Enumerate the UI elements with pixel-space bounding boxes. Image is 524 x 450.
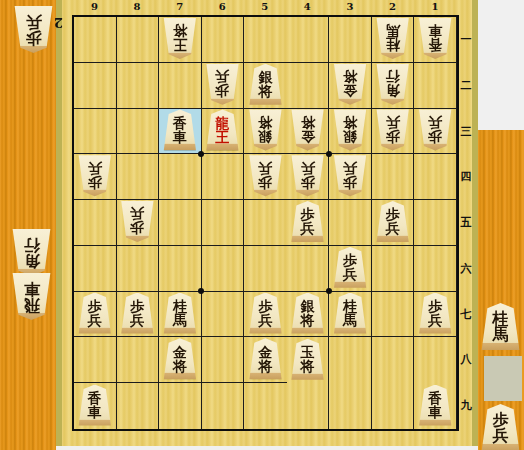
file-label-1: 1	[413, 1, 456, 13]
sente-knight[interactable]: 桂馬	[480, 303, 521, 350]
piece-kanji: 歩兵	[428, 116, 442, 144]
piece-kanji: 玉将	[301, 345, 315, 373]
square-4-4[interactable]: 歩兵	[287, 154, 330, 200]
square-1-4[interactable]	[414, 154, 457, 200]
square-7-8[interactable]: 金将	[159, 337, 202, 383]
square-2-3[interactable]: 歩兵	[372, 109, 415, 155]
gote-hand-tray	[0, 0, 56, 450]
gote-rook[interactable]: 飛車	[11, 273, 52, 320]
sente-pawn[interactable]: 歩兵	[290, 201, 325, 242]
hoshi-dot	[198, 288, 204, 294]
piece-kanji: 銀将	[258, 70, 272, 98]
piece-kanji: 歩兵	[386, 207, 400, 235]
square-4-6[interactable]	[287, 246, 330, 292]
square-5-4[interactable]: 歩兵	[244, 154, 287, 200]
square-8-5[interactable]: 歩兵	[117, 200, 160, 246]
hoshi-dot	[326, 151, 332, 157]
gote-pawn[interactable]: 歩兵	[333, 155, 368, 196]
square-5-9[interactable]	[244, 383, 287, 429]
square-3-4[interactable]: 歩兵	[329, 154, 372, 200]
square-1-3[interactable]: 歩兵	[414, 109, 457, 155]
rank-label-9: 九	[459, 383, 473, 429]
sente-knight[interactable]: 桂馬	[162, 293, 197, 334]
piece-kanji: 歩兵	[343, 253, 357, 281]
square-7-9[interactable]	[159, 383, 202, 429]
square-2-7[interactable]	[372, 292, 415, 338]
square-6-5[interactable]	[202, 200, 245, 246]
piece-kanji: 桂馬	[493, 311, 509, 343]
sente-gold[interactable]: 金将	[248, 338, 283, 379]
sente-hand-tray	[478, 130, 524, 450]
square-7-6[interactable]	[159, 246, 202, 292]
square-9-2[interactable]	[74, 63, 117, 109]
square-7-7[interactable]: 桂馬	[159, 292, 202, 338]
square-9-9[interactable]: 香車	[74, 383, 117, 429]
square-3-9[interactable]	[329, 383, 372, 429]
square-8-8[interactable]	[117, 337, 160, 383]
square-4-3[interactable]: 金将	[287, 109, 330, 155]
sente-pawn[interactable]: 歩兵	[418, 293, 453, 334]
square-6-7[interactable]	[202, 292, 245, 338]
piece-kanji: 歩兵	[130, 207, 144, 235]
piece-kanji: 桂馬	[386, 24, 400, 52]
gote-gold[interactable]: 金将	[290, 109, 325, 150]
gote-pawn[interactable]: 歩兵	[418, 109, 453, 150]
square-2-5[interactable]: 歩兵	[372, 200, 415, 246]
sente-lance[interactable]: 香車	[77, 385, 112, 426]
piece-kanji: 金将	[301, 116, 315, 144]
square-2-1[interactable]: 桂馬	[372, 17, 415, 63]
file-label-2: 2	[371, 1, 414, 13]
square-2-2[interactable]: 角行	[372, 63, 415, 109]
piece-kanji: 銀将	[301, 299, 315, 327]
rank-label-2: 二	[459, 63, 473, 109]
square-6-2[interactable]: 歩兵	[202, 63, 245, 109]
rank-label-4: 四	[459, 154, 473, 200]
rank-label-8: 八	[459, 337, 473, 383]
square-3-3[interactable]: 銀将	[329, 109, 372, 155]
square-7-5[interactable]	[159, 200, 202, 246]
square-8-6[interactable]	[117, 246, 160, 292]
square-9-3[interactable]	[74, 109, 117, 155]
square-6-1[interactable]	[202, 17, 245, 63]
gote-pawn[interactable]: 歩兵	[205, 64, 240, 105]
file-label-3: 3	[328, 1, 371, 13]
piece-kanji: 香車	[88, 391, 102, 419]
square-6-4[interactable]	[202, 154, 245, 200]
piece-kanji: 歩兵	[428, 299, 442, 327]
square-7-3[interactable]: 香車	[159, 109, 202, 155]
shogi-board: 王将桂馬香車歩兵銀将金将角行香車龍王銀将金将銀将歩兵歩兵歩兵歩兵歩兵歩兵歩兵歩兵…	[72, 15, 459, 431]
square-2-9[interactable]	[372, 383, 415, 429]
square-4-9[interactable]	[287, 383, 330, 429]
square-3-6[interactable]: 歩兵	[329, 246, 372, 292]
rank-label-7: 七	[459, 292, 473, 338]
sente-gold[interactable]: 金将	[162, 338, 197, 379]
piece-kanji: 銀将	[343, 116, 357, 144]
square-4-8[interactable]: 玉将	[287, 337, 330, 383]
square-7-4[interactable]	[159, 154, 202, 200]
piece-kanji: 歩兵	[88, 299, 102, 327]
square-3-7[interactable]: 桂馬	[329, 292, 372, 338]
square-1-1[interactable]: 香車	[414, 17, 457, 63]
sente-pawn[interactable]: 歩兵	[120, 293, 155, 334]
piece-kanji: 歩兵	[301, 207, 315, 235]
square-7-2[interactable]	[159, 63, 202, 109]
square-8-7[interactable]: 歩兵	[117, 292, 160, 338]
gote-gold[interactable]: 金将	[333, 64, 368, 105]
piece-kanji: 歩兵	[493, 412, 509, 444]
sente-lance[interactable]: 香車	[418, 385, 453, 426]
square-4-1[interactable]	[287, 17, 330, 63]
piece-kanji: 桂馬	[343, 299, 357, 327]
square-2-6[interactable]	[372, 246, 415, 292]
square-3-8[interactable]	[329, 337, 372, 383]
file-label-5: 5	[243, 1, 286, 13]
square-4-7[interactable]: 銀将	[287, 292, 330, 338]
piece-kanji: 銀将	[258, 116, 272, 144]
gote-pawn[interactable]: 歩兵	[13, 6, 54, 53]
piece-kanji: 歩兵	[343, 162, 357, 190]
gote-lance[interactable]: 香車	[418, 18, 453, 59]
square-7-1[interactable]: 王将	[159, 17, 202, 63]
gote-knight[interactable]: 桂馬	[375, 18, 410, 59]
hoshi-dot	[198, 151, 204, 157]
square-3-5[interactable]	[329, 200, 372, 246]
sente-pawn[interactable]: 歩兵	[248, 293, 283, 334]
square-8-9[interactable]	[117, 383, 160, 429]
square-1-7[interactable]: 歩兵	[414, 292, 457, 338]
sente-pawn[interactable]: 歩兵	[375, 201, 410, 242]
file-label-6: 6	[201, 1, 244, 13]
piece-kanji: 歩兵	[88, 162, 102, 190]
square-1-6[interactable]	[414, 246, 457, 292]
gote-bishop[interactable]: 角行	[375, 64, 410, 105]
shogi-app: 王将桂馬香車歩兵銀将金将角行香車龍王銀将金将銀将歩兵歩兵歩兵歩兵歩兵歩兵歩兵歩兵…	[0, 0, 524, 450]
sente-lance[interactable]: 香車	[162, 109, 197, 150]
sente-silver[interactable]: 銀将	[248, 64, 283, 105]
square-8-4[interactable]	[117, 154, 160, 200]
rank-label-6: 六	[459, 246, 473, 292]
file-label-9: 9	[73, 1, 116, 13]
gote-king[interactable]: 王将	[162, 18, 197, 59]
square-3-1[interactable]	[329, 17, 372, 63]
gote-hand-pawn-count: 2	[54, 15, 63, 30]
piece-kanji: 桂馬	[173, 299, 187, 327]
square-6-9[interactable]	[202, 383, 245, 429]
square-9-4[interactable]: 歩兵	[74, 154, 117, 200]
square-6-8[interactable]	[202, 337, 245, 383]
piece-kanji: 歩兵	[26, 14, 42, 46]
square-5-2[interactable]: 銀将	[244, 63, 287, 109]
square-2-8[interactable]	[372, 337, 415, 383]
square-6-3[interactable]: 龍王	[202, 109, 245, 155]
file-label-7: 7	[158, 1, 201, 13]
square-2-4[interactable]	[372, 154, 415, 200]
square-1-2[interactable]	[414, 63, 457, 109]
piece-kanji: 歩兵	[215, 70, 229, 98]
hoshi-dot	[326, 288, 332, 294]
square-9-1[interactable]	[74, 17, 117, 63]
file-label-4: 4	[286, 1, 329, 13]
sente-pawn[interactable]: 歩兵	[480, 404, 521, 450]
piece-kanji: 香車	[428, 391, 442, 419]
gote-bishop[interactable]: 角行	[11, 229, 52, 276]
piece-kanji: 歩兵	[258, 299, 272, 327]
piece-kanji: 歩兵	[301, 162, 315, 190]
square-4-2[interactable]	[287, 63, 330, 109]
piece-kanji: 飛車	[24, 281, 40, 313]
square-5-6[interactable]	[244, 246, 287, 292]
piece-kanji: 金将	[258, 345, 272, 373]
sente-pawn[interactable]: 歩兵	[333, 247, 368, 288]
gote-silver[interactable]: 銀将	[333, 109, 368, 150]
file-label-8: 8	[116, 1, 159, 13]
piece-kanji: 王将	[173, 24, 187, 52]
piece-kanji: 角行	[24, 237, 40, 269]
square-5-5[interactable]	[244, 200, 287, 246]
piece-kanji: 龍王	[215, 116, 229, 144]
piece-kanji: 香車	[428, 24, 442, 52]
piece-kanji: 歩兵	[130, 299, 144, 327]
square-8-2[interactable]	[117, 63, 160, 109]
gote-silver[interactable]: 銀将	[248, 109, 283, 150]
piece-kanji: 金将	[173, 345, 187, 373]
gote-pawn[interactable]: 歩兵	[77, 155, 112, 196]
piece-kanji: 歩兵	[258, 162, 272, 190]
square-9-8[interactable]	[74, 337, 117, 383]
gote-pawn[interactable]: 歩兵	[290, 155, 325, 196]
piece-kanji: 歩兵	[386, 116, 400, 144]
square-1-9[interactable]: 香車	[414, 383, 457, 429]
sente-hand-empty-slot	[484, 356, 522, 401]
sente-pawn[interactable]: 歩兵	[77, 293, 112, 334]
square-9-7[interactable]: 歩兵	[74, 292, 117, 338]
square-6-6[interactable]	[202, 246, 245, 292]
square-1-5[interactable]	[414, 200, 457, 246]
gote-pawn[interactable]: 歩兵	[375, 109, 410, 150]
sente-silver[interactable]: 銀将	[290, 293, 325, 334]
piece-kanji: 金将	[343, 70, 357, 98]
square-4-5[interactable]: 歩兵	[287, 200, 330, 246]
square-5-8[interactable]: 金将	[244, 337, 287, 383]
square-9-5[interactable]	[74, 200, 117, 246]
sente-king[interactable]: 玉将	[290, 339, 325, 380]
sente-dragon-promoted[interactable]: 龍王	[205, 109, 240, 150]
sente-knight[interactable]: 桂馬	[333, 293, 368, 334]
board-edge-left	[56, 0, 62, 446]
piece-kanji: 香車	[173, 116, 187, 144]
square-8-1[interactable]	[117, 17, 160, 63]
square-3-2[interactable]: 金将	[329, 63, 372, 109]
square-5-1[interactable]	[244, 17, 287, 63]
piece-kanji: 角行	[386, 70, 400, 98]
rank-label-1: 一	[459, 17, 473, 63]
square-5-7[interactable]: 歩兵	[244, 292, 287, 338]
gote-pawn[interactable]: 歩兵	[248, 155, 283, 196]
rank-label-3: 三	[459, 109, 473, 155]
square-5-3[interactable]: 銀将	[244, 109, 287, 155]
gote-pawn[interactable]: 歩兵	[120, 201, 155, 242]
square-8-3[interactable]	[117, 109, 160, 155]
square-1-8[interactable]	[414, 337, 457, 383]
rank-label-5: 五	[459, 200, 473, 246]
square-9-6[interactable]	[74, 246, 117, 292]
